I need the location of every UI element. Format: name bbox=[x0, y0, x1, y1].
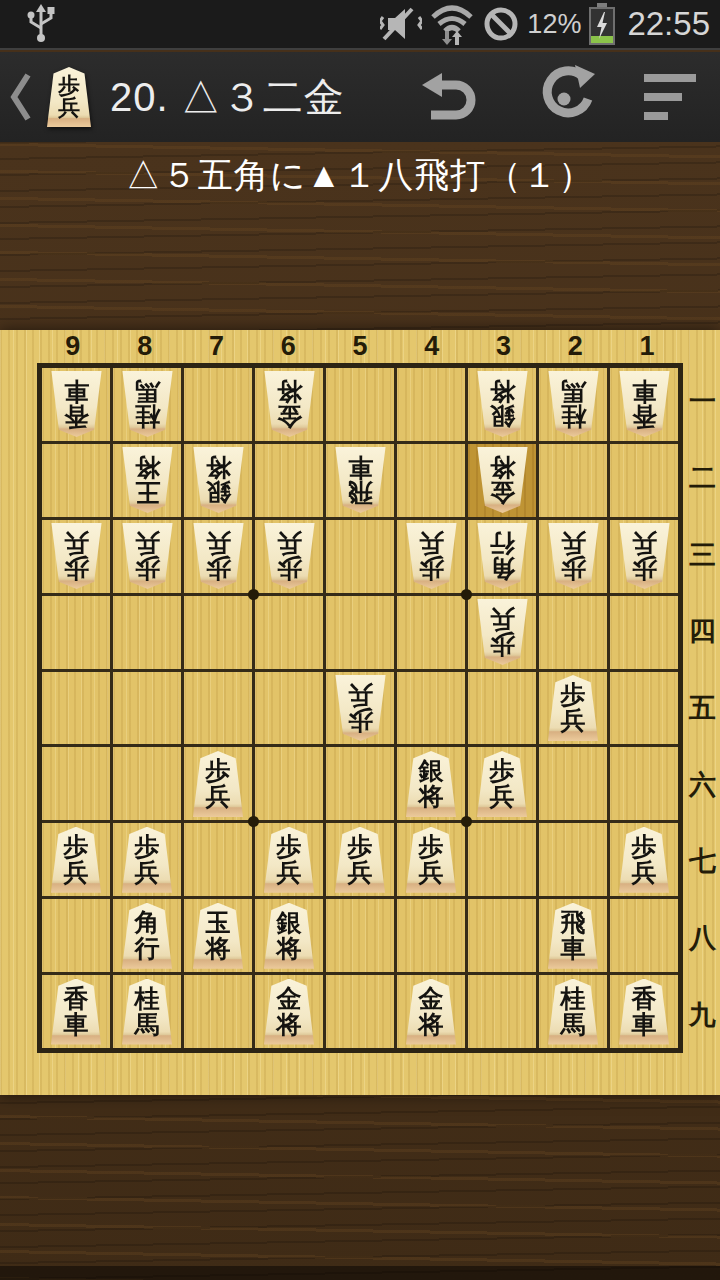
piece-sente-R: 飛車 bbox=[545, 903, 602, 969]
square-1五[interactable] bbox=[610, 672, 678, 745]
square-5七[interactable]: 歩兵 bbox=[326, 823, 394, 896]
file-label-3: 3 bbox=[468, 330, 540, 363]
piece-gote-P: 歩兵 bbox=[332, 675, 389, 741]
shogi-board: 香車桂馬金将銀将桂馬香車王将銀将飛車金将歩兵歩兵歩兵歩兵歩兵角行歩兵歩兵歩兵歩兵… bbox=[37, 363, 683, 1053]
rank-label-八: 八 bbox=[685, 900, 720, 977]
square-3六[interactable]: 歩兵 bbox=[468, 747, 536, 820]
menu-button[interactable] bbox=[644, 70, 698, 124]
file-label-8: 8 bbox=[109, 330, 181, 363]
square-9二[interactable] bbox=[42, 444, 110, 517]
piece-sente-P: 歩兵 bbox=[48, 827, 105, 893]
square-1一[interactable]: 香車 bbox=[610, 368, 678, 441]
clock: 22:55 bbox=[627, 5, 710, 43]
square-3九[interactable] bbox=[468, 975, 536, 1048]
square-9四[interactable] bbox=[42, 596, 110, 669]
piece-gote-P: 歩兵 bbox=[616, 523, 673, 589]
toolbar: 歩兵 20. △３二金 bbox=[0, 52, 720, 142]
menu-icon bbox=[644, 70, 698, 124]
square-7七[interactable] bbox=[184, 823, 252, 896]
square-5九[interactable] bbox=[326, 975, 394, 1048]
square-8八[interactable]: 角行 bbox=[113, 899, 181, 972]
piece-gote-P: 歩兵 bbox=[190, 523, 247, 589]
square-4六[interactable]: 銀将 bbox=[397, 747, 465, 820]
square-4三[interactable]: 歩兵 bbox=[397, 520, 465, 593]
file-label-5: 5 bbox=[324, 330, 396, 363]
square-7八[interactable]: 玉将 bbox=[184, 899, 252, 972]
square-8九[interactable]: 桂馬 bbox=[113, 975, 181, 1048]
square-5六[interactable] bbox=[326, 747, 394, 820]
wifi-traffic-icon bbox=[429, 3, 475, 45]
rank-label-一: 一 bbox=[685, 363, 720, 440]
rank-label-二: 二 bbox=[685, 440, 720, 517]
rank-label-九: 九 bbox=[685, 976, 720, 1053]
piece-sente-S: 銀将 bbox=[261, 903, 318, 969]
square-6四[interactable] bbox=[255, 596, 323, 669]
bottom-shade bbox=[0, 1266, 720, 1280]
undo-button[interactable] bbox=[420, 69, 486, 125]
square-4五[interactable] bbox=[397, 672, 465, 745]
square-2四[interactable] bbox=[539, 596, 607, 669]
square-1九[interactable]: 香車 bbox=[610, 975, 678, 1048]
square-1六[interactable] bbox=[610, 747, 678, 820]
square-2二[interactable] bbox=[539, 444, 607, 517]
piece-sente-P: 歩兵 bbox=[261, 827, 318, 893]
rank-label-七: 七 bbox=[685, 823, 720, 900]
piece-sente-P: 歩兵 bbox=[119, 827, 176, 893]
file-label-1: 1 bbox=[611, 330, 683, 363]
square-2一[interactable]: 桂馬 bbox=[539, 368, 607, 441]
square-7一[interactable] bbox=[184, 368, 252, 441]
square-6二[interactable] bbox=[255, 444, 323, 517]
hoshi-dot bbox=[248, 589, 259, 600]
piece-gote-S: 銀将 bbox=[474, 371, 531, 437]
square-6五[interactable] bbox=[255, 672, 323, 745]
piece-gote-P: 歩兵 bbox=[261, 523, 318, 589]
file-label-2: 2 bbox=[539, 330, 611, 363]
square-8一[interactable]: 桂馬 bbox=[113, 368, 181, 441]
battery-charging-icon bbox=[588, 3, 616, 45]
square-7二[interactable]: 銀将 bbox=[184, 444, 252, 517]
file-label-6: 6 bbox=[252, 330, 324, 363]
square-9三[interactable]: 歩兵 bbox=[42, 520, 110, 593]
redo-button[interactable] bbox=[532, 65, 598, 129]
piece-sente-P: 歩兵 bbox=[332, 827, 389, 893]
piece-gote-R: 飛車 bbox=[332, 447, 389, 513]
piece-sente-P: 歩兵 bbox=[190, 751, 247, 817]
piece-sente-L: 香車 bbox=[48, 979, 105, 1045]
piece-gote-L: 香車 bbox=[48, 371, 105, 437]
piece-gote-P: 歩兵 bbox=[545, 523, 602, 589]
piece-sente-P: 歩兵 bbox=[474, 751, 531, 817]
piece-sente-B: 角行 bbox=[119, 903, 176, 969]
piece-sente-N: 桂馬 bbox=[545, 979, 602, 1045]
mute-vibrate-icon bbox=[380, 5, 422, 43]
square-6七[interactable]: 歩兵 bbox=[255, 823, 323, 896]
toolbar-piece-icon: 歩兵 bbox=[44, 67, 94, 127]
square-9九[interactable]: 香車 bbox=[42, 975, 110, 1048]
square-6六[interactable] bbox=[255, 747, 323, 820]
current-move-label: 20. △３二金 bbox=[110, 70, 345, 125]
piece-sente-G: 金将 bbox=[403, 979, 460, 1045]
piece-gote-S: 銀将 bbox=[190, 447, 247, 513]
square-1四[interactable] bbox=[610, 596, 678, 669]
square-5三[interactable] bbox=[326, 520, 394, 593]
piece-gote-k: 王将 bbox=[119, 447, 176, 513]
back-icon[interactable] bbox=[8, 67, 34, 127]
piece-gote-G: 金将 bbox=[261, 371, 318, 437]
piece-gote-P: 歩兵 bbox=[48, 523, 105, 589]
rank-label-四: 四 bbox=[685, 593, 720, 670]
piece-gote-L: 香車 bbox=[616, 371, 673, 437]
square-6八[interactable]: 銀将 bbox=[255, 899, 323, 972]
square-1二[interactable] bbox=[610, 444, 678, 517]
file-labels: 987654321 bbox=[37, 330, 683, 363]
square-5四[interactable] bbox=[326, 596, 394, 669]
square-2八[interactable]: 飛車 bbox=[539, 899, 607, 972]
square-3五[interactable] bbox=[468, 672, 536, 745]
square-8三[interactable]: 歩兵 bbox=[113, 520, 181, 593]
square-4七[interactable]: 歩兵 bbox=[397, 823, 465, 896]
square-1七[interactable]: 歩兵 bbox=[610, 823, 678, 896]
square-7四[interactable] bbox=[184, 596, 252, 669]
square-5一[interactable] bbox=[326, 368, 394, 441]
square-4四[interactable] bbox=[397, 596, 465, 669]
square-6一[interactable]: 金将 bbox=[255, 368, 323, 441]
square-2三[interactable]: 歩兵 bbox=[539, 520, 607, 593]
square-6九[interactable]: 金将 bbox=[255, 975, 323, 1048]
piece-sente-P: 歩兵 bbox=[403, 827, 460, 893]
square-7五[interactable] bbox=[184, 672, 252, 745]
square-9一[interactable]: 香車 bbox=[42, 368, 110, 441]
piece-sente-P: 歩兵 bbox=[545, 675, 602, 741]
rank-label-三: 三 bbox=[685, 516, 720, 593]
square-6三[interactable]: 歩兵 bbox=[255, 520, 323, 593]
square-1八[interactable] bbox=[610, 899, 678, 972]
square-3一[interactable]: 銀将 bbox=[468, 368, 536, 441]
usb-icon bbox=[24, 4, 58, 44]
piece-gote-P: 歩兵 bbox=[474, 599, 531, 665]
file-label-4: 4 bbox=[396, 330, 468, 363]
square-2五[interactable]: 歩兵 bbox=[539, 672, 607, 745]
rank-label-五: 五 bbox=[685, 670, 720, 747]
piece-gote-N: 桂馬 bbox=[119, 371, 176, 437]
square-3三[interactable]: 角行 bbox=[468, 520, 536, 593]
square-4九[interactable]: 金将 bbox=[397, 975, 465, 1048]
undo-icon bbox=[420, 69, 486, 125]
square-5八[interactable] bbox=[326, 899, 394, 972]
square-8五[interactable] bbox=[113, 672, 181, 745]
square-7六[interactable]: 歩兵 bbox=[184, 747, 252, 820]
piece-sente-L: 香車 bbox=[616, 979, 673, 1045]
piece-gote-P: 歩兵 bbox=[403, 523, 460, 589]
piece-gote-P: 歩兵 bbox=[119, 523, 176, 589]
square-3二[interactable]: 金将 bbox=[468, 444, 536, 517]
square-8二[interactable]: 王将 bbox=[113, 444, 181, 517]
square-4二[interactable] bbox=[397, 444, 465, 517]
hoshi-dot bbox=[461, 816, 472, 827]
square-8六[interactable] bbox=[113, 747, 181, 820]
square-8七[interactable]: 歩兵 bbox=[113, 823, 181, 896]
redo-icon bbox=[532, 65, 598, 129]
square-8四[interactable] bbox=[113, 596, 181, 669]
app-screen: 12% 22:55 歩兵 20. △３二金 bbox=[0, 0, 720, 1280]
square-4八[interactable] bbox=[397, 899, 465, 972]
square-2九[interactable]: 桂馬 bbox=[539, 975, 607, 1048]
rank-labels: 一二三四五六七八九 bbox=[685, 363, 720, 1053]
hoshi-dot bbox=[461, 589, 472, 600]
piece-sente-P: 歩兵 bbox=[616, 827, 673, 893]
square-5五[interactable]: 歩兵 bbox=[326, 672, 394, 745]
piece-gote-B: 角行 bbox=[474, 523, 531, 589]
square-3七[interactable] bbox=[468, 823, 536, 896]
piece-sente-S: 銀将 bbox=[403, 751, 460, 817]
file-label-9: 9 bbox=[37, 330, 109, 363]
file-label-7: 7 bbox=[181, 330, 253, 363]
status-bar: 12% 22:55 bbox=[0, 0, 720, 50]
square-7九[interactable] bbox=[184, 975, 252, 1048]
board-panel: 987654321 一二三四五六七八九 香車桂馬金将銀将桂馬香車王将銀将飛車金将… bbox=[0, 330, 720, 1095]
battery-percent: 12% bbox=[527, 9, 581, 40]
square-5二[interactable]: 飛車 bbox=[326, 444, 394, 517]
piece-gote-G: 金将 bbox=[474, 447, 531, 513]
square-3八[interactable] bbox=[468, 899, 536, 972]
square-9七[interactable]: 歩兵 bbox=[42, 823, 110, 896]
square-4一[interactable] bbox=[397, 368, 465, 441]
variation-title: △５五角に▲１八飛打（１） bbox=[0, 152, 720, 199]
piece-gote-N: 桂馬 bbox=[545, 371, 602, 437]
piece-sente-G: 金将 bbox=[261, 979, 318, 1045]
square-2六[interactable] bbox=[539, 747, 607, 820]
square-2七[interactable] bbox=[539, 823, 607, 896]
piece-sente-N: 桂馬 bbox=[119, 979, 176, 1045]
square-7三[interactable]: 歩兵 bbox=[184, 520, 252, 593]
square-9八[interactable] bbox=[42, 899, 110, 972]
no-signal-icon bbox=[482, 5, 520, 43]
piece-sente-K: 玉将 bbox=[190, 903, 247, 969]
square-1三[interactable]: 歩兵 bbox=[610, 520, 678, 593]
square-9六[interactable] bbox=[42, 747, 110, 820]
hoshi-dot bbox=[248, 816, 259, 827]
rank-label-六: 六 bbox=[685, 746, 720, 823]
square-3四[interactable]: 歩兵 bbox=[468, 596, 536, 669]
square-9五[interactable] bbox=[42, 672, 110, 745]
